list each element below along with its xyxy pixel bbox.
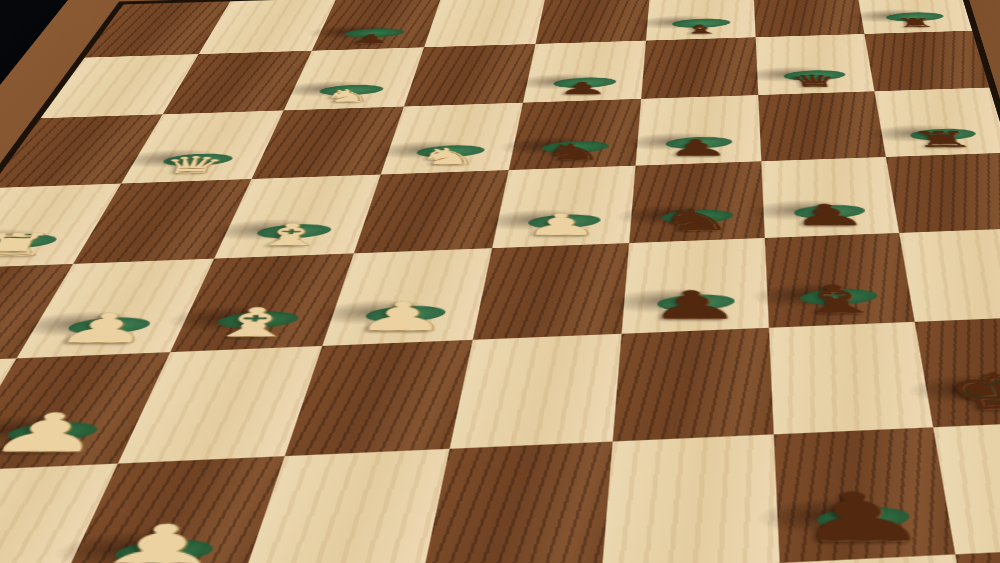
piece-shadow	[743, 65, 833, 83]
square-b1	[40, 54, 198, 118]
square-b6	[641, 37, 758, 99]
square-f4	[285, 340, 473, 456]
black-knight-icon: ♞	[627, 207, 764, 233]
felt-pad	[661, 209, 733, 225]
piece-shadow	[606, 286, 719, 315]
white-bishop-d3: ♝	[214, 174, 381, 258]
square-b8	[864, 31, 989, 92]
felt-pad	[254, 223, 333, 240]
white-pawn-icon: ♟	[326, 299, 475, 335]
black-rook-icon: ♜	[877, 130, 1000, 150]
square-e7	[765, 233, 915, 328]
piece-shadow	[747, 198, 851, 222]
square-b4	[404, 44, 536, 107]
white-knight-icon: ♞	[384, 146, 510, 166]
square-h8	[955, 546, 1000, 563]
felt-pad	[363, 304, 447, 323]
square-g8	[933, 420, 1000, 554]
piece-shadow	[866, 123, 964, 144]
square-g6	[602, 434, 780, 563]
piece-shadow	[10, 309, 141, 339]
square-f8	[915, 316, 1000, 427]
white-queen-c2: ♛	[121, 110, 284, 183]
felt-pad	[672, 18, 730, 29]
piece-shadow	[750, 281, 863, 309]
white-knight-icon: ♞	[287, 88, 407, 103]
felt-pad	[553, 77, 617, 89]
black-pawn-icon: ♟	[768, 487, 954, 547]
felt-pad	[64, 316, 154, 336]
white-pawn-e2: ♟	[17, 259, 215, 359]
square-g4	[239, 449, 449, 563]
white-pawn-f2: ♟	[0, 352, 170, 471]
felt-pad	[0, 322, 5, 342]
piece-shadow	[311, 298, 433, 327]
felt-pad	[783, 69, 846, 81]
square-e8	[899, 228, 1000, 322]
piece-shadow	[0, 227, 50, 253]
black-pawn-e6: ♟	[622, 238, 769, 334]
piece-shadow	[275, 80, 374, 99]
square-a8	[856, 0, 973, 34]
white-rook-e1: ♜	[0, 264, 73, 365]
black-pawn-icon: ♟	[619, 288, 768, 323]
square-b5	[523, 41, 646, 103]
white-bishop-icon: ♝	[219, 222, 360, 249]
black-pawn-b5: ♟	[523, 41, 646, 103]
chess-board: ♚♛♜♜♝♝♞♞♟♟♟♟♟♚♛♜♜♝♝♞♞♟♟♟♟♟♟	[0, 0, 1000, 563]
chess-board-frame: ♚♛♜♜♝♝♞♞♟♟♟♟♟♚♛♜♜♝♝♞♞♟♟♟♟♟♟	[0, 0, 1000, 563]
square-d4	[354, 170, 509, 253]
black-queen-icon: ♛	[754, 73, 874, 88]
white-bishop-e3: ♝	[170, 253, 354, 352]
square-d2	[73, 179, 251, 264]
felt-pad	[0, 233, 61, 250]
square-a3	[312, 0, 442, 51]
square-c4	[381, 103, 523, 175]
piece-shadow	[497, 135, 597, 156]
square-d7	[761, 157, 899, 238]
table-backdrop: ♚♛♜♜♝♝♞♞♟♟♟♟♟♚♛♜♜♝♝♞♞♟♟♟♟♟♟	[0, 0, 1000, 563]
white-rook-icon: ♜	[0, 232, 87, 260]
felt-pad	[657, 293, 735, 312]
square-e2	[17, 259, 215, 359]
square-a7	[753, 0, 864, 37]
square-f5	[450, 334, 622, 449]
square-c1	[0, 114, 163, 188]
felt-pad	[111, 538, 217, 563]
black-pawn-a3: ♟	[312, 0, 442, 51]
felt-pad	[961, 380, 1000, 402]
square-a4	[424, 0, 546, 47]
black-knight-icon: ♞	[511, 142, 636, 162]
felt-pad	[665, 136, 732, 150]
piece-shadow	[304, 24, 396, 40]
black-pawn-icon: ♟	[525, 81, 642, 96]
piece-shadow	[479, 208, 587, 233]
piece-shadow	[162, 303, 288, 332]
white-pawn-icon: ♟	[23, 311, 183, 347]
black-pawn-g7: ♟	[774, 427, 956, 563]
piece-shadow	[512, 72, 605, 90]
black-rook-icon: ♜	[859, 17, 971, 28]
square-d5	[492, 166, 635, 249]
piece-shadow	[757, 495, 893, 536]
square-f2	[0, 352, 170, 471]
square-b7	[756, 34, 875, 95]
black-knight-d6: ♞	[629, 161, 765, 243]
square-c6	[636, 95, 762, 166]
felt-pad	[527, 213, 601, 229]
square-g7	[774, 427, 956, 563]
white-knight-c4: ♞	[381, 103, 523, 175]
black-pawn-icon: ♟	[634, 138, 761, 158]
black-king-f8: ♚	[915, 316, 1000, 427]
square-g3	[54, 456, 284, 563]
white-pawn-icon: ♟	[0, 409, 136, 457]
felt-pad	[794, 204, 866, 220]
piece-shadow	[848, 8, 933, 24]
felt-pad	[343, 27, 406, 38]
square-g2	[0, 464, 118, 563]
white-queen-icon: ♛	[126, 155, 259, 176]
square-e3	[170, 253, 354, 352]
square-d3	[214, 174, 381, 258]
piece-shadow	[46, 528, 201, 563]
white-king-f1: ♚	[0, 358, 17, 478]
felt-pad	[800, 288, 879, 307]
square-h7	[780, 554, 983, 563]
square-e5	[473, 243, 629, 340]
square-f6	[613, 328, 774, 442]
piece-shadow	[115, 148, 225, 170]
square-f3	[118, 346, 322, 464]
white-pawn-icon: ♟	[494, 212, 629, 239]
square-f7	[769, 322, 933, 435]
square-d1	[0, 184, 121, 270]
black-rook-c8: ♜	[874, 88, 1000, 157]
square-f1	[0, 358, 17, 478]
felt-pad	[816, 505, 911, 532]
black-pawn-d7: ♟	[761, 157, 899, 238]
black-bishop-icon: ♝	[645, 24, 755, 35]
black-bishop-a6: ♝	[646, 0, 756, 41]
square-c7	[758, 91, 886, 161]
felt-pad	[215, 310, 302, 330]
square-e1	[0, 264, 73, 365]
white-pawn-d5: ♟	[492, 166, 635, 249]
black-knight-c5: ♞	[509, 99, 641, 170]
felt-pad	[415, 144, 486, 158]
photo-stage: ♚♛♜♜♝♝♞♞♟♟♟♟♟♚♛♜♜♝♝♞♞♟♟♟♟♟♟	[0, 0, 1000, 563]
square-b2	[163, 51, 312, 115]
square-a6	[646, 0, 756, 41]
white-rook-d1: ♜	[0, 184, 121, 270]
white-rook-icon: ♜	[0, 317, 35, 354]
felt-pad	[160, 153, 235, 167]
square-c3	[252, 107, 404, 179]
square-c8	[874, 88, 1000, 157]
felt-pad	[885, 12, 944, 22]
felt-pad	[317, 84, 385, 96]
square-e6	[622, 238, 769, 334]
black-rook-a8: ♜	[856, 0, 973, 34]
felt-pad	[909, 128, 977, 142]
piece-shadow	[906, 372, 1000, 405]
black-bishop-e7: ♝	[765, 233, 915, 328]
square-a1	[85, 1, 231, 57]
white-pawn-e4: ♟	[322, 248, 492, 346]
piece-shadow	[622, 131, 719, 152]
square-b3	[284, 47, 424, 110]
black-pawn-icon: ♟	[315, 33, 426, 44]
black-queen-b7: ♛	[756, 34, 875, 95]
white-pawn-icon: ♟	[62, 519, 254, 563]
square-e4	[322, 248, 492, 346]
square-a2	[199, 0, 337, 54]
piece-shadow	[614, 203, 718, 227]
black-pawn-c6: ♟	[636, 95, 762, 166]
piece-shadow	[634, 14, 719, 30]
white-pawn-g3: ♟	[54, 456, 284, 563]
piece-shadow	[206, 217, 322, 242]
black-king-icon: ♚	[916, 370, 1000, 415]
piece-shadow	[370, 139, 473, 160]
square-g5	[422, 442, 613, 563]
felt-pad	[541, 140, 610, 154]
white-bishop-icon: ♝	[176, 305, 330, 341]
black-pawn-icon: ♟	[758, 203, 898, 229]
felt-pad	[3, 420, 102, 444]
square-d6	[629, 161, 765, 243]
piece-shadow	[0, 412, 88, 448]
white-knight-b3: ♞	[284, 47, 424, 110]
square-c2	[121, 110, 284, 183]
square-a5	[535, 0, 650, 44]
square-c5	[509, 99, 641, 170]
square-d8	[886, 153, 1000, 233]
black-bishop-icon: ♝	[761, 283, 914, 318]
